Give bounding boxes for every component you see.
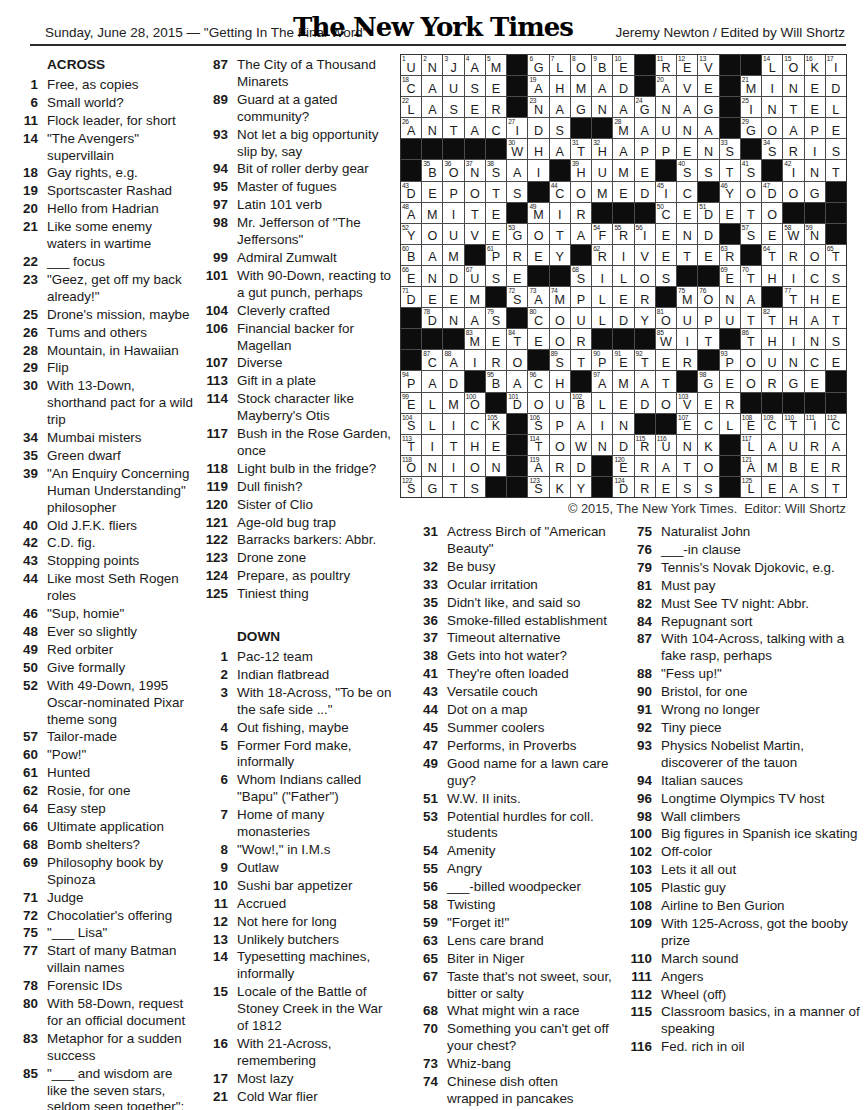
grid-cell[interactable]: 125L	[741, 477, 761, 497]
grid-cell[interactable]: O	[741, 350, 761, 370]
grid-cell[interactable]: N	[443, 308, 463, 328]
grid-cell[interactable]: 16K	[805, 55, 825, 75]
grid-cell[interactable]: 49M	[528, 203, 548, 223]
grid-cell[interactable]: 83M	[465, 329, 485, 349]
grid-cell[interactable]: 33S	[720, 139, 740, 159]
grid-cell[interactable]: D	[635, 393, 655, 413]
grid-cell[interactable]: E	[826, 350, 846, 370]
grid-cell[interactable]: U	[443, 76, 463, 96]
grid-cell[interactable]: H	[762, 329, 782, 349]
grid-cell[interactable]: I	[550, 203, 570, 223]
grid-cell[interactable]: S	[465, 477, 485, 497]
grid-cell[interactable]: A	[422, 76, 442, 96]
grid-cell[interactable]: I	[443, 414, 463, 434]
grid-cell[interactable]: 12E	[677, 55, 697, 75]
grid-cell[interactable]: 26A	[401, 118, 421, 138]
grid-cell[interactable]: N	[805, 160, 825, 180]
grid-cell[interactable]: 47D	[762, 182, 782, 202]
grid-cell[interactable]: S	[826, 329, 846, 349]
grid-cell[interactable]: E	[656, 477, 676, 497]
grid-cell[interactable]: A	[635, 118, 655, 138]
grid-cell[interactable]: A	[613, 139, 633, 159]
grid-cell[interactable]: N	[422, 266, 442, 286]
grid-cell[interactable]: R	[486, 350, 506, 370]
grid-cell[interactable]: T	[656, 371, 676, 391]
grid-cell[interactable]: R	[635, 287, 655, 307]
grid-cell[interactable]: 36O	[443, 160, 463, 180]
grid-cell[interactable]: D	[443, 266, 463, 286]
grid-cell[interactable]: 20A	[656, 76, 676, 96]
grid-cell[interactable]: H	[783, 308, 803, 328]
grid-cell[interactable]: D	[613, 308, 633, 328]
grid-cell[interactable]: 6G	[528, 55, 548, 75]
grid-cell[interactable]: I	[528, 160, 548, 180]
grid-cell[interactable]: L	[592, 393, 612, 413]
grid-cell[interactable]: A	[741, 287, 761, 307]
grid-cell[interactable]: 58W	[783, 224, 803, 244]
grid-cell[interactable]: V	[635, 245, 655, 265]
grid-cell[interactable]: H	[550, 371, 570, 391]
grid-cell[interactable]: O	[741, 182, 761, 202]
grid-cell[interactable]: E	[698, 393, 718, 413]
grid-cell[interactable]: 92T	[635, 350, 655, 370]
grid-cell[interactable]: 40S	[677, 160, 697, 180]
grid-cell[interactable]: T	[443, 118, 463, 138]
grid-cell[interactable]: 109C	[762, 414, 782, 434]
grid-cell[interactable]: I	[443, 456, 463, 476]
grid-cell[interactable]: N	[720, 287, 740, 307]
grid-cell[interactable]: 14L	[762, 55, 782, 75]
grid-cell[interactable]: 56I	[635, 224, 655, 244]
grid-cell[interactable]: D	[826, 76, 846, 96]
grid-cell[interactable]: L	[720, 414, 740, 434]
grid-cell[interactable]: 62R	[592, 245, 612, 265]
grid-cell[interactable]: U	[592, 160, 612, 180]
grid-cell[interactable]: L	[592, 287, 612, 307]
grid-cell[interactable]: 115R	[635, 435, 655, 455]
grid-cell[interactable]: A	[422, 245, 442, 265]
grid-cell[interactable]: T	[698, 329, 718, 349]
grid-cell[interactable]: P	[443, 182, 463, 202]
grid-cell[interactable]: V	[465, 224, 485, 244]
grid-cell[interactable]: 1U	[401, 55, 421, 75]
grid-cell[interactable]: O	[528, 393, 548, 413]
grid-cell[interactable]: L	[826, 97, 846, 117]
grid-cell[interactable]: 116U	[656, 435, 676, 455]
grid-cell[interactable]: S	[826, 266, 846, 286]
grid-cell[interactable]: 96C	[528, 371, 548, 391]
grid-cell[interactable]: K	[550, 477, 570, 497]
grid-cell[interactable]: 80C	[528, 308, 548, 328]
grid-cell[interactable]: 120E	[613, 456, 633, 476]
grid-cell[interactable]: 65T	[826, 245, 846, 265]
grid-cell[interactable]: E	[528, 329, 548, 349]
grid-cell[interactable]: 24G	[635, 97, 655, 117]
grid-cell[interactable]: N	[422, 456, 442, 476]
grid-cell[interactable]: E	[486, 224, 506, 244]
grid-cell[interactable]: A	[550, 97, 570, 117]
grid-cell[interactable]: P	[805, 118, 825, 138]
grid-cell[interactable]: A	[507, 371, 527, 391]
grid-cell[interactable]: T	[677, 456, 697, 476]
grid-cell[interactable]: T	[465, 203, 485, 223]
grid-cell[interactable]: P	[550, 414, 570, 434]
grid-cell[interactable]: 34S	[762, 139, 782, 159]
grid-cell[interactable]: L	[422, 393, 442, 413]
grid-cell[interactable]: O	[783, 182, 803, 202]
grid-cell[interactable]: D	[635, 182, 655, 202]
grid-cell[interactable]: M	[443, 245, 463, 265]
grid-cell[interactable]: 53G	[507, 224, 527, 244]
grid-cell[interactable]: 68S	[571, 266, 591, 286]
grid-cell[interactable]: 108E	[741, 414, 761, 434]
grid-cell[interactable]: 103V	[677, 393, 697, 413]
grid-cell[interactable]: 5M	[486, 55, 506, 75]
grid-cell[interactable]: U	[443, 224, 463, 244]
grid-cell[interactable]: A	[762, 435, 782, 455]
grid-cell[interactable]: 88A	[443, 350, 463, 370]
grid-cell[interactable]: 41S	[741, 160, 761, 180]
grid-cell[interactable]: G	[571, 97, 591, 117]
grid-cell[interactable]: E	[486, 329, 506, 349]
grid-cell[interactable]: N	[592, 97, 612, 117]
grid-cell[interactable]: 18C	[401, 76, 421, 96]
grid-cell[interactable]: E	[762, 477, 782, 497]
grid-cell[interactable]: O	[550, 329, 570, 349]
grid-cell[interactable]: E	[677, 203, 697, 223]
grid-cell[interactable]: 100O	[465, 393, 485, 413]
grid-cell[interactable]: R	[720, 393, 740, 413]
grid-cell[interactable]: 86T	[741, 329, 761, 349]
grid-cell[interactable]: E	[762, 224, 782, 244]
grid-cell[interactable]: H	[805, 287, 825, 307]
grid-cell[interactable]: T	[826, 477, 846, 497]
grid-cell[interactable]: N	[422, 118, 442, 138]
grid-cell[interactable]: 30W	[507, 139, 527, 159]
grid-cell[interactable]: I	[422, 435, 442, 455]
grid-cell[interactable]: L	[422, 414, 442, 434]
crossword-grid[interactable]: 1U2N3J4A5M6G7L8O9B10E11R12E13V14L15O16K1…	[400, 54, 847, 498]
grid-cell[interactable]: S	[698, 477, 718, 497]
grid-cell[interactable]: A	[571, 224, 591, 244]
grid-cell[interactable]: I	[592, 414, 612, 434]
grid-cell[interactable]: 78D	[422, 308, 442, 328]
grid-cell[interactable]: 17I	[826, 55, 846, 75]
grid-cell[interactable]: 99E	[401, 393, 421, 413]
grid-cell[interactable]: 85W	[656, 329, 676, 349]
grid-cell[interactable]: M	[613, 160, 633, 180]
grid-cell[interactable]: 59N	[805, 224, 825, 244]
grid-cell[interactable]: 124D	[613, 477, 633, 497]
grid-cell[interactable]: 98G	[698, 371, 718, 391]
grid-cell[interactable]: 43D	[401, 182, 421, 202]
grid-cell[interactable]: 69E	[720, 266, 740, 286]
grid-cell[interactable]: R	[571, 203, 591, 223]
grid-cell[interactable]: 119A	[528, 456, 548, 476]
grid-cell[interactable]: S	[698, 160, 718, 180]
grid-cell[interactable]: N	[783, 350, 803, 370]
grid-cell[interactable]: O	[698, 456, 718, 476]
grid-cell[interactable]: 91E	[613, 350, 633, 370]
grid-cell[interactable]: 22L	[401, 97, 421, 117]
grid-cell[interactable]: 45I	[656, 182, 676, 202]
grid-cell[interactable]: I	[592, 266, 612, 286]
grid-cell[interactable]: E	[486, 203, 506, 223]
grid-cell[interactable]: 23N	[528, 97, 548, 117]
grid-cell[interactable]: 76O	[698, 287, 718, 307]
grid-cell[interactable]: 46Y	[720, 182, 740, 202]
grid-cell[interactable]: O	[571, 182, 591, 202]
grid-cell[interactable]: L	[592, 308, 612, 328]
grid-cell[interactable]: U	[783, 435, 803, 455]
grid-cell[interactable]: E	[698, 76, 718, 96]
grid-cell[interactable]: M	[613, 371, 633, 391]
grid-cell[interactable]: T	[741, 203, 761, 223]
grid-cell[interactable]: P	[571, 287, 591, 307]
grid-cell[interactable]: 64T	[762, 245, 782, 265]
grid-cell[interactable]: 114T	[528, 435, 548, 455]
grid-cell[interactable]: E	[486, 76, 506, 96]
grid-cell[interactable]: 72S	[507, 287, 527, 307]
grid-cell[interactable]: O	[656, 393, 676, 413]
grid-cell[interactable]: A	[550, 139, 570, 159]
grid-cell[interactable]: I	[613, 245, 633, 265]
grid-cell[interactable]: E	[805, 456, 825, 476]
grid-cell[interactable]: P	[635, 139, 655, 159]
grid-cell[interactable]: 87C	[422, 350, 442, 370]
grid-cell[interactable]: 67U	[465, 266, 485, 286]
grid-cell[interactable]: E	[443, 287, 463, 307]
grid-cell[interactable]: D	[443, 371, 463, 391]
grid-cell[interactable]: N	[592, 435, 612, 455]
grid-cell[interactable]: A	[507, 160, 527, 180]
grid-cell[interactable]: G	[422, 477, 442, 497]
grid-cell[interactable]: I	[762, 76, 782, 96]
grid-cell[interactable]: R	[783, 245, 803, 265]
grid-cell[interactable]: H	[550, 76, 570, 96]
grid-cell[interactable]: N	[677, 118, 697, 138]
grid-cell[interactable]: S	[507, 182, 527, 202]
grid-cell[interactable]: 79S	[486, 308, 506, 328]
grid-cell[interactable]: O	[465, 456, 485, 476]
grid-cell[interactable]: 66E	[401, 266, 421, 286]
grid-cell[interactable]: O	[550, 308, 570, 328]
grid-cell[interactable]: A	[465, 308, 485, 328]
grid-cell[interactable]: 107E	[677, 414, 697, 434]
grid-cell[interactable]: 117L	[741, 435, 761, 455]
grid-cell[interactable]: O	[762, 118, 782, 138]
grid-cell[interactable]: 7L	[550, 55, 570, 75]
grid-cell[interactable]: 122S	[401, 477, 421, 497]
grid-cell[interactable]: O	[741, 371, 761, 391]
grid-cell[interactable]: E	[507, 266, 527, 286]
grid-cell[interactable]: E	[465, 97, 485, 117]
grid-cell[interactable]: S	[443, 97, 463, 117]
grid-cell[interactable]: O	[635, 266, 655, 286]
grid-cell[interactable]: T	[677, 245, 697, 265]
grid-cell[interactable]: Y	[571, 477, 591, 497]
grid-cell[interactable]: 31T	[571, 139, 591, 159]
grid-cell[interactable]: 38S	[486, 160, 506, 180]
grid-cell[interactable]: A	[592, 76, 612, 96]
grid-cell[interactable]: A	[422, 97, 442, 117]
grid-cell[interactable]: A	[465, 118, 485, 138]
grid-cell[interactable]: N	[677, 224, 697, 244]
grid-cell[interactable]: 113T	[401, 435, 421, 455]
grid-cell[interactable]: 111I	[805, 414, 825, 434]
grid-cell[interactable]: A	[805, 308, 825, 328]
grid-cell[interactable]: 81O	[656, 308, 676, 328]
grid-cell[interactable]: E	[698, 245, 718, 265]
grid-cell[interactable]: N	[656, 97, 676, 117]
grid-cell[interactable]: I	[805, 139, 825, 159]
grid-cell[interactable]: M	[571, 76, 591, 96]
grid-cell[interactable]: T	[571, 350, 591, 370]
grid-cell[interactable]: 121A	[741, 456, 761, 476]
grid-cell[interactable]: A	[783, 118, 803, 138]
grid-cell[interactable]: C	[698, 414, 718, 434]
grid-cell[interactable]: E	[677, 139, 697, 159]
grid-cell[interactable]: C	[465, 414, 485, 434]
grid-cell[interactable]: 73A	[528, 287, 548, 307]
grid-cell[interactable]: G	[783, 371, 803, 391]
grid-cell[interactable]: M	[465, 287, 485, 307]
grid-cell[interactable]: 48A	[401, 203, 421, 223]
grid-cell[interactable]: S	[465, 76, 485, 96]
grid-cell[interactable]: 44C	[550, 182, 570, 202]
grid-cell[interactable]: S	[486, 266, 506, 286]
grid-cell[interactable]: R	[571, 329, 591, 349]
grid-cell[interactable]: 4A	[465, 55, 485, 75]
grid-cell[interactable]: 57S	[741, 224, 761, 244]
grid-cell[interactable]: 89S	[550, 350, 570, 370]
grid-cell[interactable]: 2N	[422, 55, 442, 75]
grid-cell[interactable]: A	[783, 477, 803, 497]
grid-cell[interactable]: E	[635, 160, 655, 180]
grid-cell[interactable]: O	[507, 350, 527, 370]
grid-cell[interactable]: 50C	[656, 203, 676, 223]
grid-cell[interactable]: D	[571, 456, 591, 476]
grid-cell[interactable]: E	[805, 371, 825, 391]
grid-cell[interactable]: S	[550, 118, 570, 138]
grid-cell[interactable]: O	[805, 245, 825, 265]
grid-cell[interactable]: A	[826, 435, 846, 455]
grid-cell[interactable]: N	[486, 456, 506, 476]
grid-cell[interactable]: T	[826, 308, 846, 328]
grid-cell[interactable]: I	[783, 329, 803, 349]
grid-cell[interactable]: 19A	[528, 76, 548, 96]
grid-cell[interactable]: 10E	[613, 55, 633, 75]
grid-cell[interactable]: 106S	[528, 414, 548, 434]
grid-cell[interactable]: A	[613, 97, 633, 117]
grid-cell[interactable]: D	[528, 118, 548, 138]
grid-cell[interactable]: E	[486, 435, 506, 455]
grid-cell[interactable]: E	[826, 287, 846, 307]
grid-cell[interactable]: I	[783, 266, 803, 286]
grid-cell[interactable]: S	[826, 139, 846, 159]
grid-cell[interactable]: 105K	[486, 414, 506, 434]
grid-cell[interactable]: H	[528, 139, 548, 159]
grid-cell[interactable]: C	[805, 266, 825, 286]
grid-cell[interactable]: M	[762, 456, 782, 476]
grid-cell[interactable]: I	[465, 350, 485, 370]
grid-cell[interactable]: C	[677, 182, 697, 202]
grid-cell[interactable]: 70T	[741, 266, 761, 286]
grid-cell[interactable]: P	[656, 139, 676, 159]
grid-cell[interactable]: 77T	[783, 287, 803, 307]
grid-cell[interactable]: 112C	[826, 414, 846, 434]
grid-cell[interactable]: 101D	[507, 393, 527, 413]
grid-cell[interactable]: T	[826, 160, 846, 180]
grid-cell[interactable]: U	[656, 118, 676, 138]
grid-cell[interactable]: 25I	[741, 97, 761, 117]
grid-cell[interactable]: R	[635, 477, 655, 497]
grid-cell[interactable]: E	[656, 224, 676, 244]
grid-cell[interactable]: R	[507, 245, 527, 265]
grid-cell[interactable]: 8O	[571, 55, 591, 75]
grid-cell[interactable]: 13V	[698, 55, 718, 75]
grid-cell[interactable]: 54F	[592, 224, 612, 244]
grid-cell[interactable]: 104S	[401, 414, 421, 434]
grid-cell[interactable]: U	[550, 393, 570, 413]
grid-cell[interactable]: N	[805, 329, 825, 349]
grid-cell[interactable]: 32H	[592, 139, 612, 159]
grid-cell[interactable]: A	[571, 414, 591, 434]
grid-cell[interactable]: 74M	[550, 287, 570, 307]
grid-cell[interactable]: E	[720, 371, 740, 391]
grid-cell[interactable]: 63R	[720, 245, 740, 265]
grid-cell[interactable]: T	[486, 182, 506, 202]
grid-cell[interactable]: M	[592, 182, 612, 202]
grid-cell[interactable]: D	[698, 224, 718, 244]
grid-cell[interactable]: I	[443, 203, 463, 223]
grid-cell[interactable]: W	[571, 435, 591, 455]
grid-cell[interactable]: A	[656, 456, 676, 476]
grid-cell[interactable]: 123S	[528, 477, 548, 497]
grid-cell[interactable]: O	[550, 435, 570, 455]
grid-cell[interactable]: Y	[550, 245, 570, 265]
grid-cell[interactable]: 102B	[571, 393, 591, 413]
grid-cell[interactable]: N	[698, 139, 718, 159]
grid-cell[interactable]: 27I	[507, 118, 527, 138]
grid-cell[interactable]: E	[826, 118, 846, 138]
grid-cell[interactable]: G	[698, 97, 718, 117]
grid-cell[interactable]: N	[762, 97, 782, 117]
grid-cell[interactable]: 90P	[592, 350, 612, 370]
grid-cell[interactable]: N	[677, 435, 697, 455]
grid-cell[interactable]: S	[656, 266, 676, 286]
grid-cell[interactable]: A	[698, 118, 718, 138]
grid-cell[interactable]: I	[677, 329, 697, 349]
grid-cell[interactable]: 84T	[507, 329, 527, 349]
grid-cell[interactable]: 75M	[677, 287, 697, 307]
grid-cell[interactable]: K	[698, 435, 718, 455]
grid-cell[interactable]: 11R	[656, 55, 676, 75]
grid-cell[interactable]: 95B	[486, 371, 506, 391]
grid-cell[interactable]: 29G	[741, 118, 761, 138]
grid-cell[interactable]: 110T	[783, 414, 803, 434]
grid-cell[interactable]: E	[805, 76, 825, 96]
grid-cell[interactable]: D	[613, 76, 633, 96]
grid-cell[interactable]: R	[635, 456, 655, 476]
grid-cell[interactable]: H	[465, 435, 485, 455]
grid-cell[interactable]: A	[677, 97, 697, 117]
grid-cell[interactable]: P	[698, 308, 718, 328]
grid-cell[interactable]: 94P	[401, 371, 421, 391]
grid-cell[interactable]: U	[677, 308, 697, 328]
grid-cell[interactable]: L	[613, 266, 633, 286]
grid-cell[interactable]: U	[762, 350, 782, 370]
